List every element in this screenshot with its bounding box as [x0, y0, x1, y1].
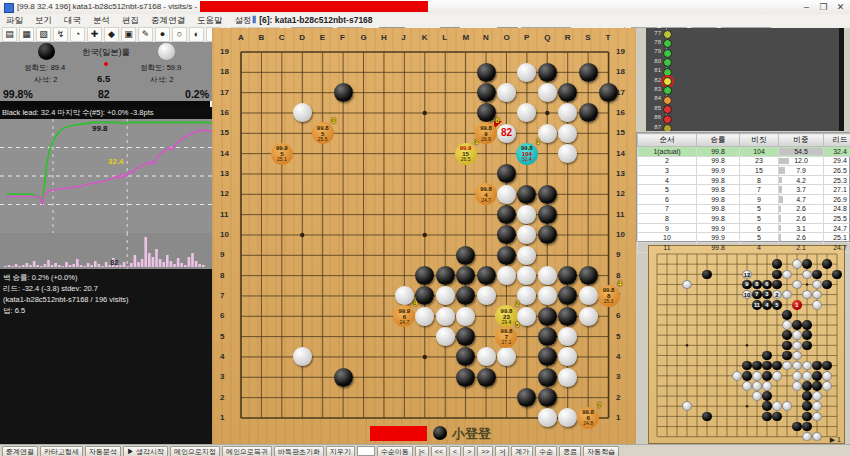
row-label-right: 6 — [616, 311, 620, 320]
table-header[interactable]: 비짓 — [740, 134, 779, 147]
suggestion-N15[interactable]: 99.8926.96 — [475, 122, 497, 144]
white-stone-O8 — [497, 266, 516, 285]
right-panel: 7778798081828384858687 순서승률비짓비중리드1(actua… — [636, 28, 850, 444]
toolbar-icon[interactable]: ✚ — [87, 27, 102, 42]
toolbar-icon[interactable]: ◐ — [189, 27, 204, 42]
nameplate-red-box — [370, 426, 427, 441]
table-cell: 9 — [740, 194, 779, 204]
row-label-left: 18 — [220, 67, 229, 76]
row-label-right: 13 — [616, 169, 625, 178]
black-stone-Q12 — [538, 185, 557, 204]
row-label-left: 5 — [220, 332, 224, 341]
row-label-right: 16 — [616, 108, 625, 117]
toolbar-icon[interactable]: ◔ — [70, 27, 85, 42]
table-cell: 2.6 — [779, 214, 824, 224]
table-header[interactable]: 비중 — [779, 134, 824, 147]
mini-stone-O17 — [782, 270, 792, 280]
suggestion-O5[interactable]: 99.8727.15 — [495, 326, 517, 348]
suggestion-stat: 25.1 — [271, 157, 293, 163]
table-cell: 2 — [638, 156, 697, 166]
mini-stone-S18 — [822, 259, 832, 269]
black-stone-N3 — [477, 368, 496, 387]
suggestion-P14[interactable]: 99.810432.41 — [516, 143, 538, 165]
mini-stone-Q17 — [802, 270, 812, 280]
black-stone-Q11 — [538, 205, 557, 224]
menu-item[interactable]: 편집 — [122, 14, 139, 26]
bottom-button[interactable]: 메인으로복귀 — [222, 446, 272, 456]
suggestion-stat: 24.8 — [577, 421, 599, 427]
mini-stone-L16: 8 — [752, 280, 762, 290]
suggestion-S1[interactable]: 99.8624.87 — [577, 407, 599, 429]
variation-nav-label[interactable]: ▶ 1 — [830, 436, 841, 444]
row-label-right: 8 — [616, 271, 620, 280]
row-label-left: 11 — [220, 210, 228, 219]
mini-stone-O15 — [782, 290, 792, 300]
table-cell: 25.3 — [824, 175, 850, 185]
toolbar-icon[interactable]: ● — [155, 27, 170, 42]
tree-node-83[interactable] — [663, 86, 672, 95]
row-label-right: 4 — [616, 352, 620, 361]
white-stone-L6 — [436, 307, 455, 326]
table-header[interactable]: 리드 — [824, 134, 850, 147]
column-label: B — [258, 33, 264, 42]
table-cell: 5 — [740, 204, 779, 214]
session-text: [6]: kata1-b28c512nbt-s7168 — [259, 15, 372, 25]
white-stone-S6 — [579, 307, 598, 326]
tree-node-87[interactable] — [663, 124, 672, 131]
mini-stone-N7 — [772, 371, 782, 381]
row-label-left: 16 — [220, 108, 229, 117]
mini-stone-R15 — [812, 290, 822, 300]
bottom-button[interactable]: ▶ 생각시작 — [123, 446, 168, 456]
suggestion-T7[interactable]: 99.8825.34 — [598, 285, 620, 307]
black-stone-O9 — [497, 246, 516, 265]
white-stone-N7 — [477, 286, 496, 305]
window-title: [99.8 32.4 196] kata1-b28c512nbt-s7168 -… — [17, 2, 197, 11]
white-player-stone-icon — [158, 43, 175, 60]
mini-stone-N16 — [772, 280, 782, 290]
row-label-right: 19 — [616, 47, 625, 56]
mini-stone-M4 — [762, 401, 772, 411]
tree-node-77[interactable] — [663, 30, 672, 39]
row-label-left: 6 — [220, 311, 224, 320]
tree-move-number: 82 — [646, 77, 661, 83]
mini-stone-S8 — [822, 361, 832, 371]
bottom-button[interactable]: 수순 — [535, 446, 557, 456]
tree-node-78[interactable] — [663, 39, 672, 48]
black-stone-F17 — [334, 83, 353, 102]
menu-item[interactable]: 대국 — [64, 14, 81, 26]
table-cell: 7 — [740, 185, 779, 195]
black-stone-N18 — [477, 63, 496, 82]
table-cell: 26.9 — [824, 194, 850, 204]
menu-bar: 파일보기대국분석편집중계연결도움말설정 Ⅱ[6]: kata1-b28c512n… — [0, 14, 850, 26]
black-stone-Q5 — [538, 327, 557, 346]
candidate-move-table[interactable]: 순서승률비짓비중리드1(actual)99.810454.532.4299.82… — [636, 132, 850, 242]
suggestion-rank: 6 — [495, 117, 499, 124]
table-row[interactable]: 699.894.726.9 — [638, 194, 850, 204]
bottom-button[interactable]: > — [463, 446, 475, 456]
suggestion-N12[interactable]: 99.8424.7 — [475, 183, 497, 205]
tree-move-number: 86 — [646, 114, 661, 120]
mini-stone-O4 — [782, 401, 792, 411]
mini-stone-D16 — [682, 280, 692, 290]
mini-stone-O13 — [782, 310, 792, 320]
column-label: L — [442, 33, 447, 42]
white-stone-S7 — [579, 286, 598, 305]
mini-stone-Q4 — [802, 401, 812, 411]
mini-stone-P9 — [792, 351, 802, 361]
app-window: [99.8 32.4 196] kata1-b28c512nbt-s7168 -… — [0, 0, 850, 456]
black-stone-N8 — [477, 266, 496, 285]
mini-stone-O8 — [782, 361, 792, 371]
toolbar-icon[interactable]: ○ — [172, 27, 187, 42]
table-cell: 5 — [740, 233, 779, 243]
bottom-button[interactable]: 중계연결 — [2, 446, 38, 456]
row-label-left: 4 — [220, 352, 224, 361]
toolbar-icon[interactable]: ▧ — [36, 27, 51, 42]
white-stone-R15 — [558, 124, 577, 143]
maximize-button[interactable]: ❐ — [816, 1, 831, 13]
table-cell: 7.9 — [779, 166, 824, 176]
white-stone-Q17 — [538, 83, 557, 102]
bottom-button[interactable]: >> — [477, 446, 493, 456]
menu-item[interactable]: 도움말 — [197, 14, 223, 26]
mini-stone-N18 — [772, 259, 782, 269]
mini-stone-L8 — [752, 361, 762, 371]
row-label-left: 10 — [220, 230, 229, 239]
tree-node-79[interactable] — [663, 49, 672, 58]
menu-item[interactable]: 중계연결 — [151, 14, 185, 26]
menu-item[interactable]: 분석 — [93, 14, 110, 26]
table-row[interactable]: 899.852.625.5 — [638, 214, 850, 224]
toolbar-icon[interactable]: ↯ — [53, 27, 68, 42]
mini-stone-P8 — [792, 361, 802, 371]
mini-stone-R7 — [812, 371, 822, 381]
variation-move-number: 5 — [772, 302, 782, 308]
move-tree[interactable]: 7778798081828384858687 — [646, 28, 844, 131]
mini-stone-K17: 12 — [742, 270, 752, 280]
black-stone-O11 — [497, 205, 516, 224]
toolbar-icon[interactable]: ▦ — [19, 27, 34, 42]
mini-stone-N14: 5 — [772, 300, 782, 310]
suggestion-J6[interactable]: 99.9624.79 — [393, 305, 415, 327]
mini-stone-K15: 10 — [742, 290, 752, 300]
mini-stone-R4 — [812, 401, 822, 411]
white-captures: 사석: 2 — [150, 75, 173, 85]
table-cell: 99.8 — [697, 214, 740, 224]
tree-node-80[interactable] — [663, 58, 672, 67]
black-nameplate-stone-icon — [433, 426, 447, 440]
table-cell: 6 — [740, 223, 779, 233]
table-cell: 54.5 — [779, 147, 824, 157]
tree-node-82[interactable] — [663, 77, 672, 86]
row-label-left: 9 — [220, 250, 224, 259]
table-row[interactable]: 599.873.727.1 — [638, 185, 850, 195]
tree-move-number: 85 — [646, 105, 661, 111]
variation-move-number: 1 — [792, 302, 802, 308]
black-stone-S8 — [579, 266, 598, 285]
suggestion-stat: 25.5 — [312, 137, 334, 143]
mini-stone-K7 — [742, 371, 752, 381]
table-row[interactable]: 399.9157.926.5 — [638, 166, 850, 176]
move-number: 82 — [98, 88, 110, 100]
column-label: S — [585, 33, 590, 42]
row-label-right: 9 — [616, 250, 620, 259]
table-cell: 4 — [638, 175, 697, 185]
mini-stone-F17 — [702, 270, 712, 280]
bottom-button[interactable]: >| — [495, 446, 509, 456]
mini-stone-N4 — [772, 401, 782, 411]
table-row[interactable]: 1(actual)99.810454.532.4 — [638, 147, 850, 157]
table-cell: 5 — [740, 214, 779, 224]
mini-stone-M9 — [762, 351, 772, 361]
tree-scrollbar[interactable] — [839, 28, 844, 131]
bottom-button[interactable]: |< — [415, 446, 429, 456]
toolbar-icon[interactable]: ✎ — [138, 27, 153, 42]
black-captures: 사석: 2 — [34, 75, 57, 85]
row-label-left: 2 — [220, 393, 224, 402]
mini-stone-N15: 2 — [772, 290, 782, 300]
variation-move-number: 2 — [773, 292, 781, 298]
table-cell: 25.5 — [824, 214, 850, 224]
table-cell: 4.2 — [779, 175, 824, 185]
komi-center: 6.5 — [97, 73, 110, 84]
mini-stone-P10 — [792, 341, 802, 351]
table-cell: 1(actual) — [638, 147, 697, 157]
table-cell: 99.9 — [697, 233, 740, 243]
menu-item[interactable]: 보기 — [35, 14, 52, 26]
bottom-button[interactable]: 메인으로지정 — [170, 446, 220, 456]
black-accuracy: 정확도: 89.4 — [24, 63, 65, 73]
row-label-right: 18 — [616, 67, 625, 76]
white-stone-N4 — [477, 347, 496, 366]
svg-text:82: 82 — [111, 259, 119, 266]
column-label: G — [361, 33, 367, 42]
tree-node-81[interactable] — [663, 68, 672, 77]
mini-stone-P16 — [792, 280, 802, 290]
toolbar-icon[interactable]: ▣ — [121, 27, 136, 42]
suggestion-stat: 29.4 — [495, 320, 517, 326]
mini-stone-O10 — [782, 341, 792, 351]
bottom-button[interactable]: 종료 — [559, 446, 581, 456]
mini-stone-M14: 4 — [762, 300, 772, 310]
bottom-button[interactable]: 바둑판초기화 — [274, 446, 324, 456]
table-row[interactable]: 299.82312.029.4 — [638, 156, 850, 166]
row-label-left: 7 — [220, 291, 224, 300]
mini-stone-M6 — [762, 381, 772, 391]
mini-stone-N17 — [772, 270, 782, 280]
tree-move-number: 87 — [646, 124, 661, 130]
last-move-stone-O15: 82 — [497, 124, 516, 143]
variation-move-number: 11 — [752, 302, 762, 308]
mini-stone-Q7 — [802, 371, 812, 381]
black-winrate-pct: 99.8% — [3, 88, 33, 100]
table-row[interactable]: 999.963.124.7 — [638, 223, 850, 233]
white-accuracy: 정확도: 59.9 — [140, 63, 181, 73]
mini-stone-O9 — [782, 351, 792, 361]
black-stone-M9 — [456, 246, 475, 265]
mini-stone-R16 — [812, 280, 822, 290]
mini-stone-R3 — [812, 412, 822, 422]
table-cell: 3.7 — [779, 185, 824, 195]
black-stone-Q18 — [538, 63, 557, 82]
black-stone-M3 — [456, 368, 475, 387]
black-stone-L8 — [436, 266, 455, 285]
table-header[interactable]: 승률 — [697, 134, 740, 147]
go-board[interactable]: A1919B1818C1717D1616E1515F1414G1313H1212… — [212, 28, 636, 444]
suggestion-stat: 24.7 — [475, 198, 497, 204]
mini-stone-P11 — [792, 330, 802, 340]
mini-stone-P7 — [792, 371, 802, 381]
rule-label: 한국(일본)룰 — [0, 47, 212, 59]
mini-stone-R17 — [812, 270, 822, 280]
suggestion-rank: 8 — [332, 117, 336, 124]
engine-info-line: (kata1-b28c512nbt-s7168 / 196 visits) — [3, 294, 212, 305]
tree-move-number: 78 — [646, 39, 661, 45]
column-label: P — [524, 33, 529, 42]
suggestion-stat: 26.9 — [475, 137, 497, 143]
bottom-button[interactable]: << — [431, 446, 447, 456]
table-cell: 5 — [638, 185, 697, 195]
mini-stone-M15: 3 — [762, 290, 772, 300]
suggestion-rank: 9 — [413, 300, 417, 307]
mini-stone-T17 — [832, 270, 842, 280]
move-jump-input[interactable] — [357, 446, 375, 456]
mini-stone-M7 — [762, 371, 772, 381]
black-stone-F3 — [334, 368, 353, 387]
white-stone-Q8 — [538, 266, 557, 285]
row-label-right: 3 — [616, 372, 620, 381]
bottom-button[interactable]: 카타고형세 — [40, 446, 83, 456]
white-stone-O12 — [497, 185, 516, 204]
tree-node-86[interactable] — [663, 115, 672, 124]
title-bar: [99.8 32.4 196] kata1-b28c512nbt-s7168 -… — [0, 0, 850, 15]
table-header[interactable]: 순서 — [638, 134, 697, 147]
engine-session-label: Ⅱ[6]: kata1-b28c512nbt-s7168 — [252, 14, 373, 26]
suggestion-stat: 24.7 — [393, 320, 415, 326]
table-cell: 2.6 — [779, 233, 824, 243]
column-label: D — [299, 33, 305, 42]
bottom-button[interactable]: 자동학습 — [583, 446, 619, 456]
mini-stone-Q12 — [802, 320, 812, 330]
mini-stone-K16: 9 — [742, 280, 752, 290]
menu-item[interactable]: 설정 — [235, 14, 252, 26]
app-icon — [4, 3, 14, 13]
table-cell: 99.8 — [697, 185, 740, 195]
mini-stone-Q3 — [802, 412, 812, 422]
table-row[interactable]: 799.852.624.8 — [638, 204, 850, 214]
row-label-right: 5 — [616, 332, 620, 341]
menu-item[interactable]: 파일 — [6, 14, 23, 26]
table-cell: 9 — [638, 223, 697, 233]
analysis-panel: 한국(일본)룰 정확도: 89.4 정확도: 59.9 사석: 2 6.5 사석… — [0, 42, 212, 444]
column-label: R — [565, 33, 571, 42]
table-row[interactable]: 1099.952.625.1 — [638, 233, 850, 243]
table-cell: 24.8 — [824, 204, 850, 214]
toolbar-icon[interactable]: ◆ — [104, 27, 119, 42]
mini-stone-O11 — [782, 330, 792, 340]
bottom-button[interactable]: 자동분석 — [85, 446, 121, 456]
suggestion-stat: 25.3 — [598, 299, 620, 305]
column-label: N — [483, 33, 489, 42]
table-cell: 4.7 — [779, 194, 824, 204]
tree-node-84[interactable] — [663, 96, 672, 105]
suggestion-E15[interactable]: 99.8525.58 — [312, 122, 334, 144]
column-label: A — [238, 33, 244, 42]
score-histogram[interactable]: 82 — [0, 233, 212, 269]
mini-stone-M3 — [762, 412, 772, 422]
minimize-button[interactable]: – — [799, 1, 814, 13]
row-label-left: 3 — [220, 372, 224, 381]
mini-stone-O12 — [782, 320, 792, 330]
pause-icon[interactable]: Ⅱ — [252, 15, 256, 25]
bottom-button[interactable]: 수순이동 — [377, 446, 413, 456]
mini-stone-P14: 1 — [792, 300, 802, 310]
table-cell: 29.4 — [824, 156, 850, 166]
lead-value-label: 32.4 — [108, 157, 124, 166]
row-label-right: 14 — [616, 149, 625, 158]
mini-stone-S6 — [822, 381, 832, 391]
table-cell: 12.0 — [779, 156, 824, 166]
white-stone-Q15 — [538, 124, 557, 143]
table-cell: 26.5 — [824, 166, 850, 176]
close-button[interactable]: ✕ — [833, 1, 848, 13]
engine-info-line: 리드: -32.4 (-3.8) stdev: 20.7 — [3, 283, 212, 294]
mini-stone-Q6 — [802, 381, 812, 391]
variation-mini-board[interactable]: ▶ 1 123456789101112 — [648, 245, 845, 444]
column-label: T — [606, 33, 611, 42]
last-move-number: 82 — [497, 127, 516, 138]
white-stone-R3 — [558, 368, 577, 387]
table-cell: 24.7 — [824, 223, 850, 233]
row-label-right: 2 — [616, 393, 620, 402]
table-cell: 27.1 — [824, 185, 850, 195]
suggestion-O6[interactable]: 99.82329.42 — [495, 305, 517, 327]
table-cell: 15 — [740, 166, 779, 176]
suggestion-M14[interactable]: 99.91526.53 — [455, 143, 477, 165]
column-label: H — [381, 33, 387, 42]
black-stone-S16 — [579, 103, 598, 122]
suggestion-C14[interactable]: 99.9525.1 — [271, 143, 293, 165]
variation-move-number: 6 — [762, 281, 772, 287]
mini-stone-Q8 — [802, 361, 812, 371]
winrate-graph[interactable]: 99.832.4 — [0, 119, 212, 233]
table-cell: 8 — [740, 175, 779, 185]
bottom-button[interactable]: 계가 — [511, 446, 533, 456]
table-cell: 99.9 — [697, 223, 740, 233]
toolbar-icon[interactable]: ▤ — [2, 27, 17, 42]
column-label: C — [279, 33, 285, 42]
mini-stone-M16: 6 — [762, 280, 772, 290]
mini-stone-Q10 — [802, 341, 812, 351]
mini-stone-L7 — [752, 371, 762, 381]
table-row[interactable]: 499.884.225.3 — [638, 175, 850, 185]
engine-info-line: 백 승률: 0.2% (+0.0%) — [3, 272, 212, 283]
tree-node-85[interactable] — [663, 105, 672, 114]
mini-stone-S16 — [822, 280, 832, 290]
table-cell: 25.1 — [824, 233, 850, 243]
bottom-button[interactable]: < — [449, 446, 461, 456]
bottom-toolbar: 중계연결카타고형세자동분석▶ 생각시작메인으로지정메인으로복귀바둑판초기화지우기… — [0, 444, 850, 456]
bottom-button[interactable]: 지우기 — [326, 446, 355, 456]
mini-stone-D4 — [682, 401, 692, 411]
row-label-left: 12 — [220, 189, 229, 198]
tree-move-number: 84 — [646, 95, 661, 101]
white-stone-M6 — [456, 307, 475, 326]
table-cell: 99.8 — [697, 156, 740, 166]
white-winrate-pct: 0.2% — [185, 88, 209, 100]
